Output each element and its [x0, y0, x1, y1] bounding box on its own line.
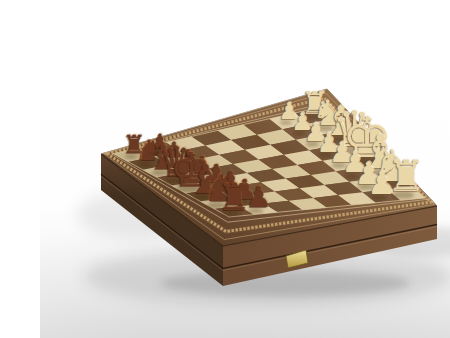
chess-set-photo: Wooden folding walnut chess box with Sta… — [40, 16, 450, 338]
pieces-layer: ♜♞♝♛♚♝♞♜♟♟♟♟♟♟♟♟♟♟♟♟♟♟♟♟♜♞♝♛♚♝♞♜ — [40, 16, 450, 338]
white-pawn[interactable]: ♟ — [367, 167, 396, 199]
black-rook[interactable]: ♜ — [217, 178, 250, 215]
